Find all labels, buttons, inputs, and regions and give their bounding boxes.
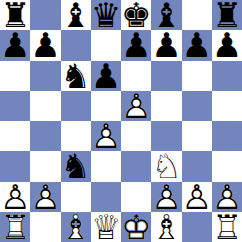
square-c8[interactable]: ♝	[61, 0, 91, 30]
square-f7[interactable]: ♟	[151, 30, 181, 60]
square-b4[interactable]	[30, 121, 60, 151]
square-e7[interactable]: ♟	[121, 30, 151, 60]
black-knight-icon[interactable]: ♞	[61, 61, 91, 91]
white-pawn-icon[interactable]: ♟♙	[121, 91, 151, 121]
black-piece-body: ♟	[0, 30, 30, 60]
black-queen-icon[interactable]: ♛	[91, 0, 121, 30]
black-piece-body: ♝	[61, 0, 91, 30]
square-b7[interactable]: ♟	[30, 30, 60, 60]
square-e1[interactable]: ♚♔	[121, 212, 151, 242]
square-d6[interactable]: ♟	[91, 61, 121, 91]
white-piece-outline: ♙	[182, 182, 212, 212]
white-pawn-icon[interactable]: ♟♙	[182, 182, 212, 212]
white-pawn-icon[interactable]: ♟♙	[91, 121, 121, 151]
white-piece-outline: ♗	[61, 212, 91, 242]
square-h5[interactable]	[212, 91, 242, 121]
black-bishop-icon[interactable]: ♝	[61, 0, 91, 30]
square-d3[interactable]	[91, 151, 121, 181]
black-piece-body: ♞	[61, 151, 91, 181]
square-e5[interactable]: ♟♙	[121, 91, 151, 121]
square-a6[interactable]	[0, 61, 30, 91]
black-pawn-icon[interactable]: ♟	[182, 30, 212, 60]
square-g6[interactable]	[182, 61, 212, 91]
white-piece-outline: ♙	[30, 182, 60, 212]
white-piece-outline: ♕	[91, 212, 121, 242]
square-b2[interactable]: ♟♙	[30, 182, 60, 212]
white-rook-icon[interactable]: ♜♖	[0, 212, 30, 242]
black-pawn-icon[interactable]: ♟	[91, 61, 121, 91]
square-b1[interactable]	[30, 212, 60, 242]
square-b5[interactable]	[30, 91, 60, 121]
white-pawn-icon[interactable]: ♟♙	[30, 182, 60, 212]
square-g2[interactable]: ♟♙	[182, 182, 212, 212]
square-h6[interactable]	[212, 61, 242, 91]
black-piece-body: ♟	[91, 61, 121, 91]
square-c5[interactable]	[61, 91, 91, 121]
square-h1[interactable]: ♜♖	[212, 212, 242, 242]
square-e3[interactable]	[121, 151, 151, 181]
white-piece-outline: ♖	[212, 212, 242, 242]
black-piece-body: ♟	[212, 30, 242, 60]
black-piece-body: ♟	[30, 30, 60, 60]
black-pawn-icon[interactable]: ♟	[30, 30, 60, 60]
black-piece-body: ♞	[61, 61, 91, 91]
square-g1[interactable]	[182, 212, 212, 242]
chess-board: ♜♝♛♚♝♜♟♟♟♟♟♟♞♟♟♙♟♙♞♞♘♟♙♟♙♟♙♟♙♟♙♜♖♝♗♛♕♚♔♝…	[0, 0, 242, 242]
square-f6[interactable]	[151, 61, 181, 91]
square-g7[interactable]: ♟	[182, 30, 212, 60]
white-piece-outline: ♙	[91, 121, 121, 151]
black-knight-icon[interactable]: ♞	[61, 151, 91, 181]
square-a1[interactable]: ♜♖	[0, 212, 30, 242]
square-g4[interactable]	[182, 121, 212, 151]
square-a4[interactable]	[0, 121, 30, 151]
black-pawn-icon[interactable]: ♟	[151, 30, 181, 60]
square-h4[interactable]	[212, 121, 242, 151]
square-d1[interactable]: ♛♕	[91, 212, 121, 242]
white-bishop-icon[interactable]: ♝♗	[151, 212, 181, 242]
white-piece-outline: ♙	[121, 91, 151, 121]
white-queen-icon[interactable]: ♛♕	[91, 212, 121, 242]
square-c1[interactable]: ♝♗	[61, 212, 91, 242]
black-piece-body: ♟	[121, 30, 151, 60]
black-piece-body: ♛	[91, 0, 121, 30]
square-f5[interactable]	[151, 91, 181, 121]
square-c6[interactable]: ♞	[61, 61, 91, 91]
square-h7[interactable]: ♟	[212, 30, 242, 60]
white-piece-outline: ♔	[121, 212, 151, 242]
white-rook-icon[interactable]: ♜♖	[212, 212, 242, 242]
black-piece-body: ♟	[151, 30, 181, 60]
square-d8[interactable]: ♛	[91, 0, 121, 30]
black-piece-body: ♟	[182, 30, 212, 60]
square-g5[interactable]	[182, 91, 212, 121]
black-pawn-icon[interactable]: ♟	[212, 30, 242, 60]
white-piece-outline: ♖	[0, 212, 30, 242]
square-d4[interactable]: ♟♙	[91, 121, 121, 151]
black-pawn-icon[interactable]: ♟	[0, 30, 30, 60]
square-f1[interactable]: ♝♗	[151, 212, 181, 242]
square-b6[interactable]	[30, 61, 60, 91]
square-c3[interactable]: ♞	[61, 151, 91, 181]
square-e4[interactable]	[121, 121, 151, 151]
white-bishop-icon[interactable]: ♝♗	[61, 212, 91, 242]
square-a7[interactable]: ♟	[0, 30, 30, 60]
square-a5[interactable]	[0, 91, 30, 121]
white-king-icon[interactable]: ♚♔	[121, 212, 151, 242]
black-pawn-icon[interactable]: ♟	[121, 30, 151, 60]
white-piece-outline: ♗	[151, 212, 181, 242]
